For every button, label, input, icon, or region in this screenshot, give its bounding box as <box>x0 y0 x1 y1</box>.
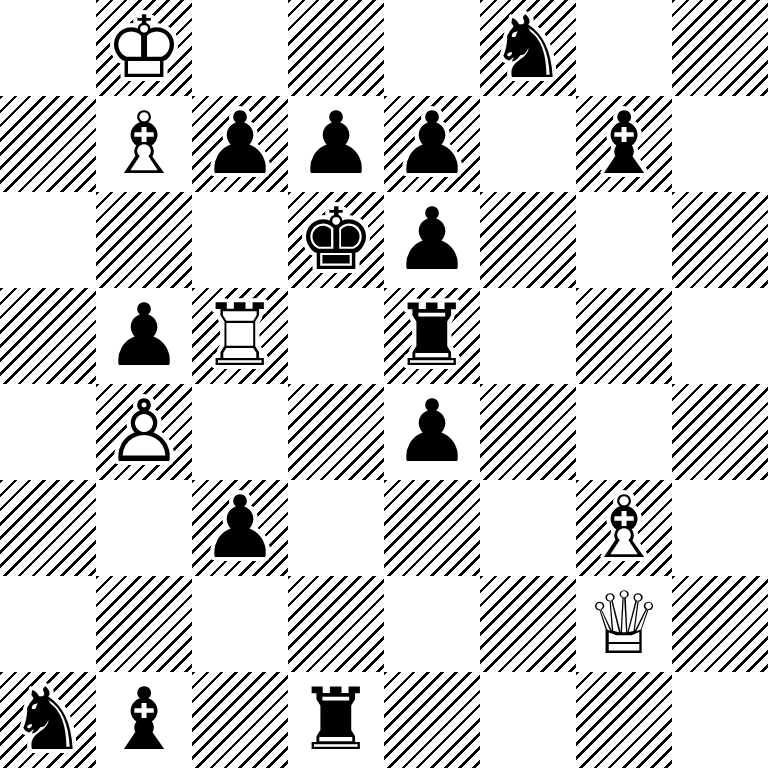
square-d3[interactable] <box>288 480 384 576</box>
square-e1[interactable] <box>384 672 480 768</box>
square-f6[interactable] <box>480 192 576 288</box>
square-a6[interactable] <box>0 192 96 288</box>
square-f1[interactable] <box>480 672 576 768</box>
black-rook-fill-glyph: ♜ <box>384 288 480 384</box>
piece-black-rook-d1[interactable]: ♜ <box>288 672 384 768</box>
black-pawn-fill-glyph: ♟ <box>192 96 288 192</box>
square-b7[interactable]: ♝♗ <box>96 96 192 192</box>
square-c5[interactable]: ♜♖ <box>192 288 288 384</box>
black-pawn-fill-glyph: ♟ <box>288 96 384 192</box>
square-g8[interactable] <box>576 0 672 96</box>
square-h5[interactable] <box>672 288 768 384</box>
piece-white-bishop-g3[interactable]: ♝♗ <box>576 480 672 576</box>
white-queen-outline-glyph: ♕ <box>576 576 672 672</box>
square-c2[interactable] <box>192 576 288 672</box>
black-bishop-fill-glyph: ♝ <box>576 96 672 192</box>
piece-white-king-b8[interactable]: ♚♔ <box>96 0 192 96</box>
square-b2[interactable] <box>96 576 192 672</box>
square-a4[interactable] <box>0 384 96 480</box>
piece-black-pawn-c3[interactable]: ♟ <box>192 480 288 576</box>
square-d6[interactable]: ♚ <box>288 192 384 288</box>
piece-black-pawn-e7[interactable]: ♟ <box>384 96 480 192</box>
square-f8[interactable]: ♞ <box>480 0 576 96</box>
square-a1[interactable]: ♞ <box>0 672 96 768</box>
square-f5[interactable] <box>480 288 576 384</box>
square-c4[interactable] <box>192 384 288 480</box>
square-g6[interactable] <box>576 192 672 288</box>
square-d5[interactable] <box>288 288 384 384</box>
piece-black-knight-a1[interactable]: ♞ <box>0 672 96 768</box>
square-c7[interactable]: ♟ <box>192 96 288 192</box>
black-pawn-fill-glyph: ♟ <box>384 384 480 480</box>
chess-board: ♚♔♞♝♗♟♟♟♝♚♟♟♜♖♜♟♙♟♟♝♗♛♕♞♝♜ <box>0 0 768 768</box>
square-b4[interactable]: ♟♙ <box>96 384 192 480</box>
square-g4[interactable] <box>576 384 672 480</box>
square-b3[interactable] <box>96 480 192 576</box>
white-rook-outline-glyph: ♖ <box>192 288 288 384</box>
piece-white-rook-c5[interactable]: ♜♖ <box>192 288 288 384</box>
square-e3[interactable] <box>384 480 480 576</box>
piece-black-pawn-e6[interactable]: ♟ <box>384 192 480 288</box>
square-c3[interactable]: ♟ <box>192 480 288 576</box>
square-e2[interactable] <box>384 576 480 672</box>
square-f2[interactable] <box>480 576 576 672</box>
square-d7[interactable]: ♟ <box>288 96 384 192</box>
square-h8[interactable] <box>672 0 768 96</box>
white-pawn-outline-glyph: ♙ <box>96 384 192 480</box>
square-f7[interactable] <box>480 96 576 192</box>
square-a3[interactable] <box>0 480 96 576</box>
square-d2[interactable] <box>288 576 384 672</box>
white-king-outline-glyph: ♔ <box>96 0 192 96</box>
square-e6[interactable]: ♟ <box>384 192 480 288</box>
square-b5[interactable]: ♟ <box>96 288 192 384</box>
square-g2[interactable]: ♛♕ <box>576 576 672 672</box>
piece-black-pawn-e4[interactable]: ♟ <box>384 384 480 480</box>
square-h6[interactable] <box>672 192 768 288</box>
black-pawn-fill-glyph: ♟ <box>192 480 288 576</box>
chess-diagram: ♚♔♞♝♗♟♟♟♝♚♟♟♜♖♜♟♙♟♟♝♗♛♕♞♝♜ <box>0 0 768 768</box>
square-g3[interactable]: ♝♗ <box>576 480 672 576</box>
black-pawn-fill-glyph: ♟ <box>384 96 480 192</box>
square-h7[interactable] <box>672 96 768 192</box>
square-e8[interactable] <box>384 0 480 96</box>
square-a5[interactable] <box>0 288 96 384</box>
square-e4[interactable]: ♟ <box>384 384 480 480</box>
piece-black-knight-f8[interactable]: ♞ <box>480 0 576 96</box>
square-h3[interactable] <box>672 480 768 576</box>
square-g5[interactable] <box>576 288 672 384</box>
square-f3[interactable] <box>480 480 576 576</box>
square-a7[interactable] <box>0 96 96 192</box>
square-c6[interactable] <box>192 192 288 288</box>
piece-white-bishop-b7[interactable]: ♝♗ <box>96 96 192 192</box>
square-e7[interactable]: ♟ <box>384 96 480 192</box>
black-pawn-fill-glyph: ♟ <box>96 288 192 384</box>
square-a8[interactable] <box>0 0 96 96</box>
black-rook-fill-glyph: ♜ <box>288 672 384 768</box>
square-d4[interactable] <box>288 384 384 480</box>
black-king-fill-glyph: ♚ <box>288 192 384 288</box>
square-e5[interactable]: ♜ <box>384 288 480 384</box>
square-d1[interactable]: ♜ <box>288 672 384 768</box>
square-f4[interactable] <box>480 384 576 480</box>
square-b8[interactable]: ♚♔ <box>96 0 192 96</box>
square-h1[interactable] <box>672 672 768 768</box>
white-bishop-outline-glyph: ♗ <box>576 480 672 576</box>
square-c8[interactable] <box>192 0 288 96</box>
square-d8[interactable] <box>288 0 384 96</box>
piece-black-pawn-b5[interactable]: ♟ <box>96 288 192 384</box>
piece-black-bishop-g7[interactable]: ♝ <box>576 96 672 192</box>
black-knight-fill-glyph: ♞ <box>0 672 96 768</box>
black-pawn-fill-glyph: ♟ <box>384 192 480 288</box>
piece-black-king-d6[interactable]: ♚ <box>288 192 384 288</box>
square-b1[interactable]: ♝ <box>96 672 192 768</box>
white-bishop-outline-glyph: ♗ <box>96 96 192 192</box>
black-bishop-fill-glyph: ♝ <box>96 672 192 768</box>
black-knight-fill-glyph: ♞ <box>480 0 576 96</box>
square-b6[interactable] <box>96 192 192 288</box>
square-a2[interactable] <box>0 576 96 672</box>
square-g7[interactable]: ♝ <box>576 96 672 192</box>
square-c1[interactable] <box>192 672 288 768</box>
square-h4[interactable] <box>672 384 768 480</box>
piece-black-rook-e5[interactable]: ♜ <box>384 288 480 384</box>
piece-white-queen-g2[interactable]: ♛♕ <box>576 576 672 672</box>
piece-black-pawn-d7[interactable]: ♟ <box>288 96 384 192</box>
piece-white-pawn-b4[interactable]: ♟♙ <box>96 384 192 480</box>
square-h2[interactable] <box>672 576 768 672</box>
piece-black-pawn-c7[interactable]: ♟ <box>192 96 288 192</box>
piece-black-bishop-b1[interactable]: ♝ <box>96 672 192 768</box>
square-g1[interactable] <box>576 672 672 768</box>
